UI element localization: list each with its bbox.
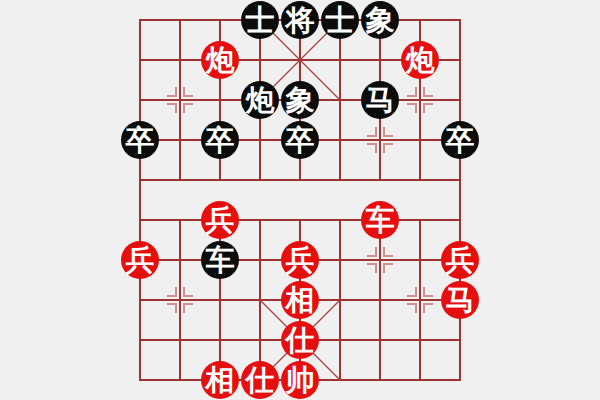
piece-black-horse[interactable]: 马 <box>361 81 399 119</box>
piece-red-pawn[interactable]: 兵 <box>441 241 479 279</box>
piece-red-horse[interactable]: 马 <box>441 281 479 319</box>
piece-black-advisor[interactable]: 士 <box>321 1 359 39</box>
piece-red-general[interactable]: 帅 <box>281 361 319 399</box>
piece-black-elephant[interactable]: 象 <box>361 1 399 39</box>
piece-red-pawn[interactable]: 兵 <box>281 241 319 279</box>
piece-black-chariot[interactable]: 车 <box>201 241 239 279</box>
piece-red-advisor[interactable]: 仕 <box>241 361 279 399</box>
xiangqi-board: 士将士象炮炮炮象马卒卒卒卒兵车兵车兵兵相马仕相仕帅 <box>0 0 600 400</box>
piece-red-elephant[interactable]: 相 <box>201 361 239 399</box>
piece-black-pawn[interactable]: 卒 <box>121 121 159 159</box>
piece-black-advisor[interactable]: 士 <box>241 1 279 39</box>
piece-red-cannon[interactable]: 炮 <box>401 41 439 79</box>
piece-black-pawn[interactable]: 卒 <box>201 121 239 159</box>
piece-black-elephant[interactable]: 象 <box>281 81 319 119</box>
piece-red-chariot[interactable]: 车 <box>361 201 399 239</box>
piece-red-cannon[interactable]: 炮 <box>201 41 239 79</box>
piece-black-cannon[interactable]: 炮 <box>241 81 279 119</box>
piece-black-pawn[interactable]: 卒 <box>441 121 479 159</box>
piece-red-advisor[interactable]: 仕 <box>281 321 319 359</box>
piece-black-pawn[interactable]: 卒 <box>281 121 319 159</box>
piece-black-general[interactable]: 将 <box>281 1 319 39</box>
piece-red-pawn[interactable]: 兵 <box>121 241 159 279</box>
piece-red-pawn[interactable]: 兵 <box>201 201 239 239</box>
piece-red-elephant[interactable]: 相 <box>281 281 319 319</box>
